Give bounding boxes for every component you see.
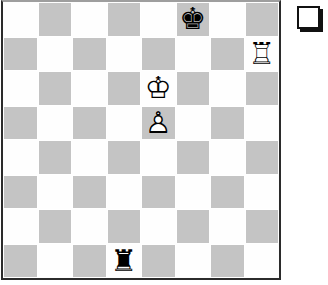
square-b1[interactable] <box>38 244 73 279</box>
square-e4[interactable] <box>141 140 176 175</box>
square-e5[interactable]: ♟♙ <box>141 106 176 141</box>
square-g1[interactable] <box>210 244 245 279</box>
square-b4[interactable] <box>38 140 73 175</box>
black-rook-icon: ♜ <box>107 244 142 279</box>
square-c8[interactable] <box>72 2 107 37</box>
square-c1[interactable] <box>72 244 107 279</box>
square-a5[interactable] <box>3 106 38 141</box>
square-g2[interactable] <box>210 209 245 244</box>
square-d8[interactable] <box>107 2 142 37</box>
white-king-icon: ♔ <box>141 71 176 106</box>
square-e2[interactable] <box>141 209 176 244</box>
chess-board: ♚♜♖♚♔♟♙♜ <box>1 0 281 280</box>
square-d5[interactable] <box>107 106 142 141</box>
square-e7[interactable] <box>141 37 176 72</box>
square-g3[interactable] <box>210 175 245 210</box>
square-h2[interactable] <box>245 209 280 244</box>
square-a8[interactable] <box>3 2 38 37</box>
square-c4[interactable] <box>72 140 107 175</box>
square-c2[interactable] <box>72 209 107 244</box>
square-e1[interactable] <box>141 244 176 279</box>
piece-white-rook[interactable]: ♜♖ <box>245 37 280 72</box>
square-d2[interactable] <box>107 209 142 244</box>
square-b3[interactable] <box>38 175 73 210</box>
square-f5[interactable] <box>176 106 211 141</box>
square-h5[interactable] <box>245 106 280 141</box>
square-h8[interactable] <box>245 2 280 37</box>
square-f7[interactable] <box>176 37 211 72</box>
square-f4[interactable] <box>176 140 211 175</box>
piece-black-king[interactable]: ♚ <box>176 2 211 37</box>
square-c7[interactable] <box>72 37 107 72</box>
square-g5[interactable] <box>210 106 245 141</box>
square-a1[interactable] <box>3 244 38 279</box>
square-f1[interactable] <box>176 244 211 279</box>
square-d6[interactable] <box>107 71 142 106</box>
square-b8[interactable] <box>38 2 73 37</box>
square-a7[interactable] <box>3 37 38 72</box>
square-a2[interactable] <box>3 209 38 244</box>
square-f2[interactable] <box>176 209 211 244</box>
square-b2[interactable] <box>38 209 73 244</box>
square-h7[interactable]: ♜♖ <box>245 37 280 72</box>
square-f3[interactable] <box>176 175 211 210</box>
piece-white-king[interactable]: ♚♔ <box>141 71 176 106</box>
white-to-move-indicator <box>297 6 320 29</box>
square-e3[interactable] <box>141 175 176 210</box>
square-e6[interactable]: ♚♔ <box>141 71 176 106</box>
square-e8[interactable] <box>141 2 176 37</box>
square-h4[interactable] <box>245 140 280 175</box>
square-b7[interactable] <box>38 37 73 72</box>
square-g4[interactable] <box>210 140 245 175</box>
square-b6[interactable] <box>38 71 73 106</box>
square-h3[interactable] <box>245 175 280 210</box>
square-g6[interactable] <box>210 71 245 106</box>
square-a4[interactable] <box>3 140 38 175</box>
square-h1[interactable] <box>245 244 280 279</box>
square-g7[interactable] <box>210 37 245 72</box>
square-c5[interactable] <box>72 106 107 141</box>
square-a3[interactable] <box>3 175 38 210</box>
square-b5[interactable] <box>38 106 73 141</box>
square-h6[interactable] <box>245 71 280 106</box>
square-c3[interactable] <box>72 175 107 210</box>
piece-white-pawn[interactable]: ♟♙ <box>141 106 176 141</box>
piece-black-rook[interactable]: ♜ <box>107 244 142 279</box>
white-pawn-icon: ♙ <box>141 106 176 141</box>
square-a6[interactable] <box>3 71 38 106</box>
square-d1[interactable]: ♜ <box>107 244 142 279</box>
square-f8[interactable]: ♚ <box>176 2 211 37</box>
square-d4[interactable] <box>107 140 142 175</box>
square-f6[interactable] <box>176 71 211 106</box>
square-g8[interactable] <box>210 2 245 37</box>
square-d7[interactable] <box>107 37 142 72</box>
black-king-icon: ♚ <box>176 2 211 37</box>
square-c6[interactable] <box>72 71 107 106</box>
square-d3[interactable] <box>107 175 142 210</box>
white-rook-icon: ♖ <box>245 37 280 72</box>
